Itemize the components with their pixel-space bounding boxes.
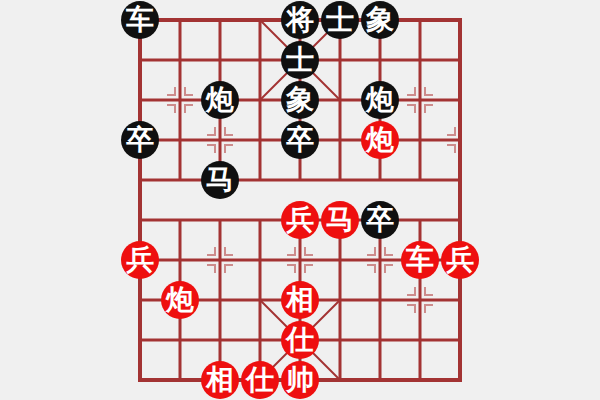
board-point-3-9[interactable]: 仕 (240, 360, 280, 400)
board-point-7-3[interactable] (400, 120, 440, 160)
board-point-1-5[interactable] (160, 200, 200, 240)
board-point-5-5[interactable]: 马 (320, 200, 360, 240)
piece-red-soldier[interactable]: 兵 (281, 201, 319, 239)
board-point-4-3[interactable]: 卒 (280, 120, 320, 160)
board-point-1-6[interactable] (160, 240, 200, 280)
board-point-0-4[interactable] (120, 160, 160, 200)
board-point-2-4[interactable]: 马 (200, 160, 240, 200)
piece-red-chariot[interactable]: 车 (401, 241, 439, 279)
board-point-7-8[interactable] (400, 320, 440, 360)
board-point-1-1[interactable] (160, 40, 200, 80)
board-point-1-9[interactable] (160, 360, 200, 400)
board-point-5-0[interactable]: 士 (320, 0, 360, 40)
board-point-8-1[interactable] (440, 40, 480, 80)
piece-red-cannon[interactable]: 炮 (361, 121, 399, 159)
board-point-8-7[interactable] (440, 280, 480, 320)
piece-black-elephant[interactable]: 象 (361, 1, 399, 39)
board-point-7-6[interactable]: 车 (400, 240, 440, 280)
board-point-3-6[interactable] (240, 240, 280, 280)
piece-black-soldier[interactable]: 卒 (281, 121, 319, 159)
xiangqi-board: 车将士象士炮象炮卒卒炮马兵马卒兵车兵炮相仕相仕帅 (120, 0, 480, 400)
piece-black-general[interactable]: 将 (281, 1, 319, 39)
board-point-0-0[interactable]: 车 (120, 0, 160, 40)
board-point-5-3[interactable] (320, 120, 360, 160)
board-point-4-9[interactable]: 帅 (280, 360, 320, 400)
board-point-2-8[interactable] (200, 320, 240, 360)
board-point-0-9[interactable] (120, 360, 160, 400)
board-point-8-0[interactable] (440, 0, 480, 40)
board-point-4-7[interactable]: 相 (280, 280, 320, 320)
board-point-1-3[interactable] (160, 120, 200, 160)
piece-red-soldier[interactable]: 兵 (121, 241, 159, 279)
piece-black-cannon[interactable]: 炮 (361, 81, 399, 119)
piece-red-soldier[interactable]: 兵 (441, 241, 479, 279)
board-point-0-8[interactable] (120, 320, 160, 360)
board-point-6-5[interactable]: 卒 (360, 200, 400, 240)
board-point-6-3[interactable]: 炮 (360, 120, 400, 160)
piece-black-horse[interactable]: 马 (201, 161, 239, 199)
board-point-6-0[interactable]: 象 (360, 0, 400, 40)
piece-black-chariot[interactable]: 车 (121, 1, 159, 39)
piece-black-cannon[interactable]: 炮 (201, 81, 239, 119)
board-point-4-8[interactable]: 仕 (280, 320, 320, 360)
board-point-0-3[interactable]: 卒 (120, 120, 160, 160)
board-point-1-8[interactable] (160, 320, 200, 360)
board-point-6-6[interactable] (360, 240, 400, 280)
board-point-5-9[interactable] (320, 360, 360, 400)
board-point-2-3[interactable] (200, 120, 240, 160)
piece-black-advisor[interactable]: 士 (281, 41, 319, 79)
board-point-7-1[interactable] (400, 40, 440, 80)
piece-red-advisor[interactable]: 仕 (281, 321, 319, 359)
piece-red-elephant[interactable]: 相 (201, 361, 239, 399)
board-point-8-6[interactable]: 兵 (440, 240, 480, 280)
board-point-0-7[interactable] (120, 280, 160, 320)
board-point-3-1[interactable] (240, 40, 280, 80)
board-point-1-2[interactable] (160, 80, 200, 120)
board-point-7-5[interactable] (400, 200, 440, 240)
board-point-0-1[interactable] (120, 40, 160, 80)
board-point-3-7[interactable] (240, 280, 280, 320)
board-point-4-0[interactable]: 将 (280, 0, 320, 40)
board-point-5-2[interactable] (320, 80, 360, 120)
board-point-8-9[interactable] (440, 360, 480, 400)
board-point-3-4[interactable] (240, 160, 280, 200)
board-point-6-7[interactable] (360, 280, 400, 320)
board-point-4-6[interactable] (280, 240, 320, 280)
board-point-4-1[interactable]: 士 (280, 40, 320, 80)
board-point-7-2[interactable] (400, 80, 440, 120)
board-point-2-7[interactable] (200, 280, 240, 320)
board-point-7-0[interactable] (400, 0, 440, 40)
board-point-3-5[interactable] (240, 200, 280, 240)
board-point-6-4[interactable] (360, 160, 400, 200)
board-point-2-1[interactable] (200, 40, 240, 80)
board-point-6-8[interactable] (360, 320, 400, 360)
board-point-5-8[interactable] (320, 320, 360, 360)
board-point-2-5[interactable] (200, 200, 240, 240)
board-point-8-2[interactable] (440, 80, 480, 120)
board-point-0-6[interactable]: 兵 (120, 240, 160, 280)
board-point-1-0[interactable] (160, 0, 200, 40)
piece-black-elephant[interactable]: 象 (281, 81, 319, 119)
board-point-5-1[interactable] (320, 40, 360, 80)
board-point-2-2[interactable]: 炮 (200, 80, 240, 120)
board-point-5-7[interactable] (320, 280, 360, 320)
board-point-5-6[interactable] (320, 240, 360, 280)
board-point-5-4[interactable] (320, 160, 360, 200)
board-point-0-2[interactable] (120, 80, 160, 120)
board-point-3-2[interactable] (240, 80, 280, 120)
board-point-3-8[interactable] (240, 320, 280, 360)
board-point-8-5[interactable] (440, 200, 480, 240)
board-point-4-5[interactable]: 兵 (280, 200, 320, 240)
piece-red-elephant[interactable]: 相 (281, 281, 319, 319)
board-point-3-0[interactable] (240, 0, 280, 40)
board-point-1-7[interactable]: 炮 (160, 280, 200, 320)
piece-black-advisor[interactable]: 士 (321, 1, 359, 39)
board-point-7-4[interactable] (400, 160, 440, 200)
board-point-6-9[interactable] (360, 360, 400, 400)
board-point-7-9[interactable] (400, 360, 440, 400)
board-point-4-4[interactable] (280, 160, 320, 200)
board-point-8-8[interactable] (440, 320, 480, 360)
board-point-1-4[interactable] (160, 160, 200, 200)
piece-red-general[interactable]: 帅 (281, 361, 319, 399)
board-point-6-2[interactable]: 炮 (360, 80, 400, 120)
board-point-3-3[interactable] (240, 120, 280, 160)
app-background: { "game": "xiangqi", "position": "r3kab2… (0, 0, 600, 400)
board-point-8-3[interactable] (440, 120, 480, 160)
board-point-8-4[interactable] (440, 160, 480, 200)
piece-black-soldier[interactable]: 卒 (361, 201, 399, 239)
board-point-7-7[interactable] (400, 280, 440, 320)
board-point-6-1[interactable] (360, 40, 400, 80)
piece-red-horse[interactable]: 马 (321, 201, 359, 239)
board-points: 车将士象士炮象炮卒卒炮马兵马卒兵车兵炮相仕相仕帅 (120, 0, 480, 400)
piece-black-soldier[interactable]: 卒 (121, 121, 159, 159)
board-point-2-6[interactable] (200, 240, 240, 280)
piece-red-cannon[interactable]: 炮 (161, 281, 199, 319)
board-point-4-2[interactable]: 象 (280, 80, 320, 120)
board-point-2-9[interactable]: 相 (200, 360, 240, 400)
board-point-2-0[interactable] (200, 0, 240, 40)
piece-red-advisor[interactable]: 仕 (241, 361, 279, 399)
board-point-0-5[interactable] (120, 200, 160, 240)
